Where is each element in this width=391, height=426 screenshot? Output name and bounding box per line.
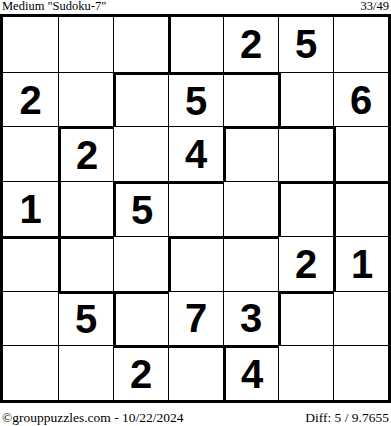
cell-r5c5[interactable] <box>223 236 278 291</box>
cell-r1c2[interactable] <box>58 17 113 72</box>
cell-r7c5: 4 <box>223 345 278 400</box>
cell-r2c1: 2 <box>3 72 58 127</box>
cell-r4c6[interactable] <box>278 181 333 236</box>
cell-r6c3[interactable] <box>113 291 168 346</box>
cell-r2c4: 5 <box>168 72 223 127</box>
puzzle-title: Medium "Sudoku-7" <box>0 0 106 13</box>
cell-r4c1: 1 <box>3 181 58 236</box>
remaining-counter: 33/49 <box>361 0 391 13</box>
cell-r4c3: 5 <box>113 181 168 236</box>
header: Medium "Sudoku-7" 33/49 <box>0 0 391 14</box>
cell-r4c4[interactable] <box>168 181 223 236</box>
footer: ©grouppuzzles.com - 10/22/2024 Diff: 5 /… <box>0 406 391 426</box>
cell-r3c3[interactable] <box>113 126 168 181</box>
cell-r7c4[interactable] <box>168 345 223 400</box>
cell-r5c1[interactable] <box>3 236 58 291</box>
cell-r6c6[interactable] <box>278 291 333 346</box>
cell-r3c1[interactable] <box>3 126 58 181</box>
cell-r7c2[interactable] <box>58 345 113 400</box>
cell-r7c3: 2 <box>113 345 168 400</box>
cell-r1c3[interactable] <box>113 17 168 72</box>
cell-r3c7[interactable] <box>333 126 388 181</box>
cell-r1c5: 2 <box>223 17 278 72</box>
cell-r2c3[interactable] <box>113 72 168 127</box>
cell-r2c5[interactable] <box>223 72 278 127</box>
cell-r6c4: 7 <box>168 291 223 346</box>
cell-r6c1[interactable] <box>3 291 58 346</box>
copyright-date: ©grouppuzzles.com - 10/22/2024 <box>0 410 184 426</box>
cell-r6c2: 5 <box>58 291 113 346</box>
cell-r2c6[interactable] <box>278 72 333 127</box>
cell-r2c7: 6 <box>333 72 388 127</box>
cell-r3c2: 2 <box>58 126 113 181</box>
cell-r5c4[interactable] <box>168 236 223 291</box>
cell-r1c7[interactable] <box>333 17 388 72</box>
cell-r5c7: 1 <box>333 236 388 291</box>
cell-r7c6[interactable] <box>278 345 333 400</box>
cell-r3c5[interactable] <box>223 126 278 181</box>
cell-r3c6[interactable] <box>278 126 333 181</box>
cell-r5c3[interactable] <box>113 236 168 291</box>
cell-r7c7[interactable] <box>333 345 388 400</box>
cell-r1c1[interactable] <box>3 17 58 72</box>
cell-r5c6: 2 <box>278 236 333 291</box>
cell-r1c6: 5 <box>278 17 333 72</box>
cell-r7c1[interactable] <box>3 345 58 400</box>
cell-r4c7[interactable] <box>333 181 388 236</box>
cell-r6c5: 3 <box>223 291 278 346</box>
cell-r5c2[interactable] <box>58 236 113 291</box>
sudoku-board: 2525624152157324 <box>0 14 391 403</box>
difficulty-rating: Diff: 5 / 9.7655 <box>305 410 391 426</box>
cell-r6c7[interactable] <box>333 291 388 346</box>
cell-r4c5[interactable] <box>223 181 278 236</box>
cell-r1c4[interactable] <box>168 17 223 72</box>
cell-r2c2[interactable] <box>58 72 113 127</box>
cell-r4c2[interactable] <box>58 181 113 236</box>
cell-r3c4: 4 <box>168 126 223 181</box>
